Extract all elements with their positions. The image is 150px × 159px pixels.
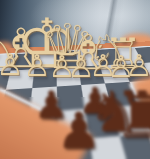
black-rook-a8: ♜	[113, 83, 150, 147]
white-pawn-f2: ♙	[24, 51, 51, 81]
white-pawn-g2: ♙	[0, 50, 23, 80]
chess-photo-scene: ♘♗♔♕♗♘♖♙♙♙♙♙♙♙♟♟♟♞♜	[0, 0, 150, 159]
white-pawn-a2: ♙	[126, 51, 150, 81]
pieces-layer: ♘♗♔♕♗♘♖♙♙♙♙♙♙♙♟♟♟♞♜	[0, 0, 150, 159]
